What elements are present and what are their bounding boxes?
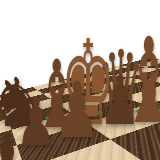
pawn-glyph: ♟ — [99, 67, 140, 135]
product-photo-frame: ♟♟♟♟♞♝♚♛♝ — [0, 0, 160, 160]
pawn-glyph: ♟ — [54, 72, 101, 149]
pawn-glyph: ♟ — [0, 126, 27, 160]
